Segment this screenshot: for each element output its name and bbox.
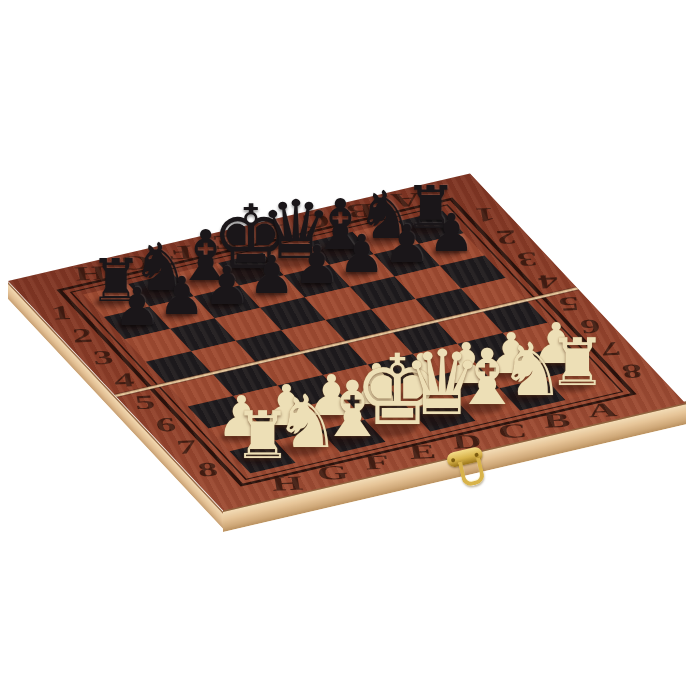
coordinate-label: G — [315, 463, 349, 484]
coordinate-label: 5 — [133, 392, 156, 413]
coordinate-label: A — [586, 400, 618, 421]
black-pawn: ♟ — [293, 239, 340, 291]
coordinate-label: H — [270, 473, 304, 494]
black-pawn: ♟ — [203, 260, 250, 312]
coordinate-label: 4 — [536, 271, 559, 292]
coordinate-label: 1 — [50, 303, 73, 324]
white-rook: ♜ — [548, 330, 606, 395]
coordinate-label: 1 — [474, 204, 497, 225]
product-photo-stage: HGFEDCBAHGFEDCBA1234567812345678 ♜♞♝♚♛♝♞… — [0, 0, 700, 700]
coordinate-label: 8 — [620, 361, 643, 382]
coordinate-label: 8 — [196, 459, 219, 480]
black-pawn: ♟ — [338, 228, 385, 280]
coordinate-label: F — [363, 452, 391, 473]
coordinate-label: 2 — [495, 226, 518, 247]
black-pawn: ♟ — [428, 207, 475, 259]
black-pawn: ♟ — [383, 218, 430, 270]
coordinate-label: 2 — [70, 325, 93, 346]
black-pawn: ♟ — [113, 281, 160, 333]
coordinate-label: 3 — [91, 348, 114, 369]
black-pawn: ♟ — [158, 270, 205, 322]
coordinate-label: 3 — [515, 249, 538, 270]
coordinate-label: 6 — [154, 415, 177, 436]
coordinate-label: 7 — [175, 437, 198, 458]
coordinate-label: C — [496, 421, 528, 442]
clasp-hasp — [458, 457, 486, 488]
coordinate-label: 4 — [112, 370, 135, 391]
coordinate-label: B — [542, 410, 572, 431]
black-pawn: ♟ — [248, 249, 295, 301]
